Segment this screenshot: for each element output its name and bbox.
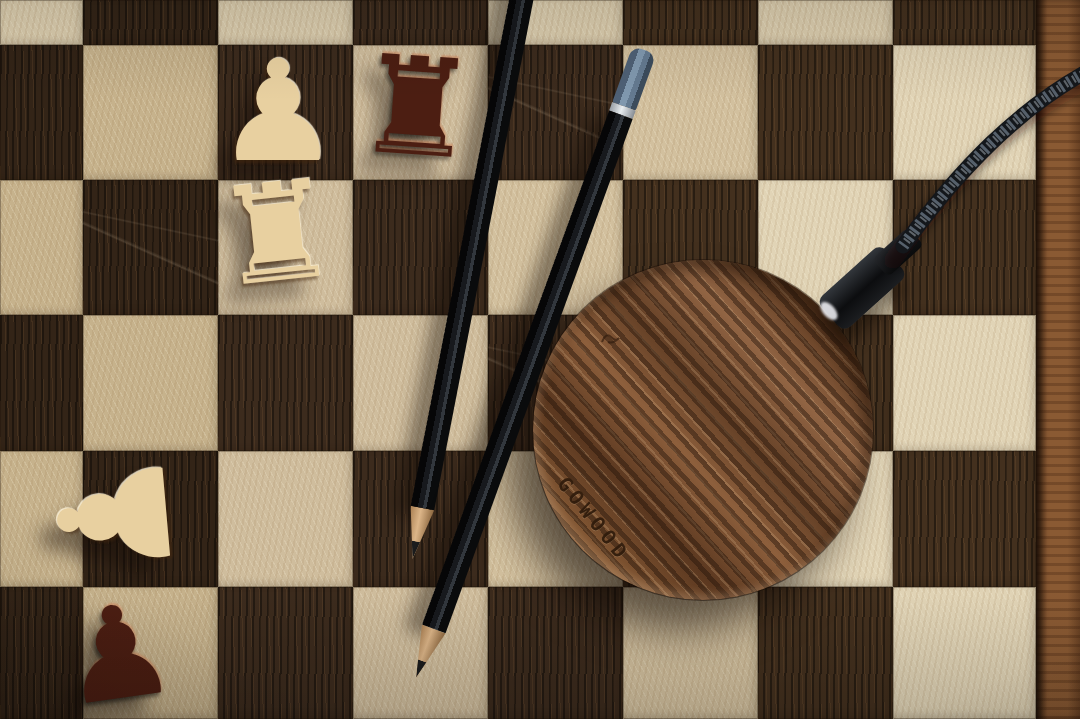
board-square	[0, 180, 83, 315]
board-square	[218, 45, 353, 180]
chessboard-photo-scene: GOWOOD ♟♜♜♟♟	[0, 0, 1080, 719]
board-square	[83, 180, 218, 315]
board-square	[83, 0, 218, 45]
board-square	[758, 45, 893, 180]
board-square	[893, 0, 1036, 45]
board-square	[218, 451, 353, 587]
pencil-graphite-point	[408, 540, 421, 559]
board-square	[0, 0, 83, 45]
board-square	[623, 0, 758, 45]
board-square	[893, 45, 1036, 180]
board-square	[488, 587, 623, 719]
board-square	[353, 0, 488, 45]
board-square	[83, 587, 218, 719]
wood-grain-mark-icon	[599, 328, 625, 350]
board-square	[218, 587, 353, 719]
board-square	[353, 45, 488, 180]
board-square	[893, 315, 1036, 451]
board-square	[893, 451, 1036, 587]
board-square	[218, 180, 353, 315]
board-square	[758, 587, 893, 719]
board-square	[83, 45, 218, 180]
board-square	[623, 587, 758, 719]
board-square	[0, 315, 83, 451]
board-square	[83, 315, 218, 451]
board-square	[758, 0, 893, 45]
board-square	[893, 587, 1036, 719]
board-square	[0, 451, 83, 587]
board-frame-right	[1036, 0, 1080, 719]
board-square	[83, 451, 218, 587]
board-square	[0, 45, 83, 180]
pencil-graphite-point	[411, 659, 427, 679]
board-square	[218, 0, 353, 45]
board-square	[0, 587, 83, 719]
board-square	[218, 315, 353, 451]
